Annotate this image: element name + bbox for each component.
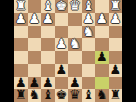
black-bishop[interactable]: ♝ (42, 89, 54, 102)
white-pawn[interactable]: ♟ (28, 13, 40, 26)
white-pawn[interactable]: ♟ (96, 13, 108, 26)
square-c6[interactable] (82, 64, 96, 77)
black-pawn[interactable]: ♟ (55, 64, 67, 77)
square-e2[interactable] (55, 13, 69, 26)
square-e6[interactable]: ♟ (55, 64, 69, 77)
letterbox-left (0, 0, 14, 102)
square-a6[interactable]: ♟ (109, 64, 123, 77)
white-queen[interactable]: ♛ (69, 0, 81, 13)
square-c8[interactable]: ♝ (82, 89, 96, 102)
black-knight[interactable]: ♞ (96, 89, 108, 102)
square-b3[interactable] (95, 26, 109, 39)
square-g4[interactable] (28, 38, 42, 51)
square-f5[interactable] (41, 51, 55, 64)
square-b5[interactable]: ♟ (95, 51, 109, 64)
square-d2[interactable] (68, 13, 82, 26)
square-b2[interactable]: ♟ (95, 13, 109, 26)
square-c5[interactable] (82, 51, 96, 64)
white-knight[interactable]: ♞ (82, 26, 94, 39)
square-a4[interactable] (109, 38, 123, 51)
square-a2[interactable]: ♟ (109, 13, 123, 26)
white-pawn[interactable]: ♟ (42, 13, 54, 26)
letterbox-right (122, 0, 136, 102)
square-e8[interactable]: ♚ (55, 89, 69, 102)
square-b8[interactable]: ♞ (95, 89, 109, 102)
square-f2[interactable]: ♟ (41, 13, 55, 26)
square-e1[interactable]: ♚ (55, 0, 69, 13)
white-pawn[interactable]: ♟ (55, 38, 67, 51)
square-c3[interactable]: ♞ (82, 26, 96, 39)
square-d8[interactable]: ♛ (68, 89, 82, 102)
white-knight[interactable]: ♞ (69, 38, 81, 51)
black-king[interactable]: ♚ (55, 89, 67, 102)
square-h2[interactable]: ♟ (14, 13, 28, 26)
white-pawn[interactable]: ♟ (109, 13, 121, 26)
square-g8[interactable]: ♞ (28, 89, 42, 102)
square-b6[interactable] (95, 64, 109, 77)
black-rook[interactable]: ♜ (15, 89, 27, 102)
square-f8[interactable]: ♝ (41, 89, 55, 102)
square-g5[interactable] (28, 51, 42, 64)
black-rook[interactable]: ♜ (109, 89, 121, 102)
square-d1[interactable]: ♛ (68, 0, 82, 13)
square-e4[interactable]: ♟ (55, 38, 69, 51)
square-g3[interactable] (28, 26, 42, 39)
square-d5[interactable] (68, 51, 82, 64)
chess-board: ♜♝♚♛♝♜♟♟♟♟♟♟♞♟♞♟♟♟♟♟♟♟♜♞♝♚♛♝♞♜ (14, 0, 122, 102)
black-pawn[interactable]: ♟ (96, 51, 108, 64)
square-f3[interactable] (41, 26, 55, 39)
square-a3[interactable] (109, 26, 123, 39)
square-d4[interactable]: ♞ (68, 38, 82, 51)
square-g2[interactable]: ♟ (28, 13, 42, 26)
black-pawn[interactable]: ♟ (109, 64, 121, 77)
square-h8[interactable]: ♜ (14, 89, 28, 102)
square-h4[interactable] (14, 38, 28, 51)
square-a8[interactable]: ♜ (109, 89, 123, 102)
black-queen[interactable]: ♛ (69, 89, 81, 102)
square-f4[interactable] (41, 38, 55, 51)
square-c4[interactable] (82, 38, 96, 51)
white-pawn[interactable]: ♟ (15, 13, 27, 26)
white-king[interactable]: ♚ (55, 0, 67, 13)
black-knight[interactable]: ♞ (28, 89, 40, 102)
black-bishop[interactable]: ♝ (82, 89, 94, 102)
square-h3[interactable] (14, 26, 28, 39)
square-h5[interactable] (14, 51, 28, 64)
